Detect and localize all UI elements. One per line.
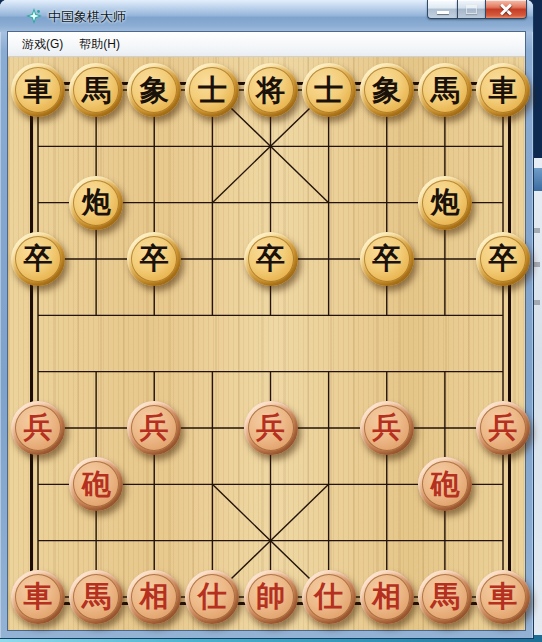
piece-glyph: 帥 [256, 582, 285, 611]
close-icon [499, 3, 513, 15]
piece-glyph: 卒 [24, 244, 53, 273]
piece-black-soldier[interactable]: 卒 [244, 232, 298, 286]
piece-red-elephant[interactable]: 相 [127, 570, 181, 624]
app-icon [26, 8, 42, 24]
piece-black-chariot[interactable]: 車 [476, 63, 530, 117]
piece-glyph: 兵 [256, 413, 285, 442]
board-grid [8, 57, 525, 630]
app-window: 中国象棋大师 游戏(G) 帮助(H) [0, 0, 533, 638]
piece-red-general[interactable]: 帥 [244, 570, 298, 624]
piece-glyph: 兵 [24, 413, 53, 442]
piece-glyph: 車 [489, 76, 518, 105]
piece-red-soldier[interactable]: 兵 [11, 401, 65, 455]
piece-glyph: 兵 [372, 413, 401, 442]
piece-red-horse[interactable]: 馬 [418, 570, 472, 624]
piece-glyph: 兵 [489, 413, 518, 442]
piece-black-general[interactable]: 将 [244, 63, 298, 117]
piece-glyph: 卒 [489, 244, 518, 273]
piece-black-soldier[interactable]: 卒 [360, 232, 414, 286]
minimize-button[interactable] [427, 0, 457, 19]
piece-black-cannon[interactable]: 炮 [418, 176, 472, 230]
menu-bar: 游戏(G) 帮助(H) [8, 32, 525, 57]
piece-black-elephant[interactable]: 象 [127, 63, 181, 117]
background-text-mark [533, 300, 540, 305]
xiangqi-board[interactable]: 車馬象士将士象馬車炮炮卒卒卒卒卒兵兵兵兵兵砲砲車馬相仕帥仕相馬車 [8, 57, 525, 630]
piece-black-advisor[interactable]: 士 [185, 63, 239, 117]
piece-glyph: 相 [372, 582, 401, 611]
desktop: 中国象棋大师 游戏(G) 帮助(H) [0, 0, 542, 642]
piece-glyph: 馬 [430, 582, 459, 611]
piece-glyph: 卒 [256, 244, 285, 273]
piece-red-advisor[interactable]: 仕 [185, 570, 239, 624]
piece-glyph: 車 [489, 582, 518, 611]
piece-glyph: 将 [256, 76, 285, 105]
piece-red-elephant[interactable]: 相 [360, 570, 414, 624]
piece-glyph: 炮 [82, 188, 111, 217]
piece-glyph: 象 [372, 76, 401, 105]
piece-glyph: 士 [314, 76, 343, 105]
minimize-icon [437, 11, 449, 14]
piece-black-horse[interactable]: 馬 [69, 63, 123, 117]
piece-black-horse[interactable]: 馬 [418, 63, 472, 117]
piece-glyph: 砲 [430, 470, 459, 499]
piece-black-chariot[interactable]: 車 [11, 63, 65, 117]
piece-black-elephant[interactable]: 象 [360, 63, 414, 117]
piece-red-soldier[interactable]: 兵 [244, 401, 298, 455]
piece-red-soldier[interactable]: 兵 [476, 401, 530, 455]
piece-black-soldier[interactable]: 卒 [11, 232, 65, 286]
piece-glyph: 馬 [82, 76, 111, 105]
piece-glyph: 炮 [430, 188, 459, 217]
caption-buttons [427, 0, 527, 19]
piece-glyph: 馬 [82, 582, 111, 611]
close-button[interactable] [485, 0, 527, 19]
piece-glyph: 士 [198, 76, 227, 105]
piece-glyph: 車 [24, 76, 53, 105]
title-bar[interactable]: 中国象棋大师 [0, 0, 533, 32]
piece-glyph: 卒 [372, 244, 401, 273]
piece-red-horse[interactable]: 馬 [69, 570, 123, 624]
piece-glyph: 車 [24, 582, 53, 611]
menu-help[interactable]: 帮助(H) [71, 33, 128, 56]
window-title: 中国象棋大师 [48, 8, 126, 26]
menu-game[interactable]: 游戏(G) [14, 33, 71, 56]
piece-glyph: 卒 [140, 244, 169, 273]
piece-red-chariot[interactable]: 車 [476, 570, 530, 624]
piece-glyph: 相 [140, 582, 169, 611]
piece-glyph: 兵 [140, 413, 169, 442]
piece-black-advisor[interactable]: 士 [302, 63, 356, 117]
piece-red-cannon[interactable]: 砲 [418, 457, 472, 511]
window-client-area: 游戏(G) 帮助(H) [8, 32, 525, 630]
background-text-mark [533, 228, 540, 233]
piece-black-soldier[interactable]: 卒 [476, 232, 530, 286]
background-text-mark [533, 262, 540, 267]
piece-glyph: 馬 [430, 76, 459, 105]
piece-glyph: 仕 [198, 582, 227, 611]
piece-glyph: 象 [140, 76, 169, 105]
maximize-icon [466, 5, 477, 14]
piece-red-advisor[interactable]: 仕 [302, 570, 356, 624]
piece-glyph: 砲 [82, 470, 111, 499]
piece-black-cannon[interactable]: 炮 [69, 176, 123, 230]
piece-black-soldier[interactable]: 卒 [127, 232, 181, 286]
piece-red-soldier[interactable]: 兵 [360, 401, 414, 455]
maximize-button[interactable] [457, 0, 485, 19]
piece-red-soldier[interactable]: 兵 [127, 401, 181, 455]
piece-glyph: 仕 [314, 582, 343, 611]
piece-red-chariot[interactable]: 車 [11, 570, 65, 624]
